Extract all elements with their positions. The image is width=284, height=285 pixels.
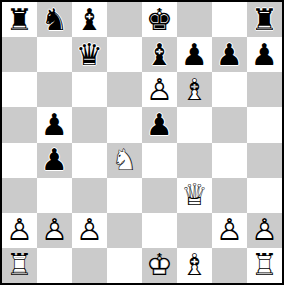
square-d2[interactable] xyxy=(107,213,142,248)
square-g4[interactable] xyxy=(212,143,247,178)
square-a8[interactable]: ♜ xyxy=(2,2,37,37)
square-d7[interactable] xyxy=(107,37,142,72)
square-d3[interactable] xyxy=(107,178,142,213)
square-g5[interactable] xyxy=(212,107,247,142)
square-c8[interactable]: ♝ xyxy=(72,2,107,37)
chess-board: ♜♞♝♚♜♛♝♟♟♟♟♙♝♗♟♟♟♞♘♛♕♟♙♟♙♟♙♟♙♟♙♜♖♚♔♝♗♜♖ xyxy=(2,2,282,283)
square-e8[interactable]: ♚ xyxy=(142,2,177,37)
square-h2[interactable]: ♟♙ xyxy=(247,213,282,248)
piece-white-pawn: ♟♙ xyxy=(2,213,37,248)
square-d8[interactable] xyxy=(107,2,142,37)
piece-white-rook: ♜♖ xyxy=(2,248,37,283)
square-e2[interactable] xyxy=(142,213,177,248)
square-a7[interactable] xyxy=(2,37,37,72)
piece-black-pawn: ♟ xyxy=(212,37,247,72)
square-f6[interactable]: ♝♗ xyxy=(177,72,212,107)
square-c5[interactable] xyxy=(72,107,107,142)
square-c6[interactable] xyxy=(72,72,107,107)
square-d1[interactable] xyxy=(107,248,142,283)
square-a6[interactable] xyxy=(2,72,37,107)
square-c3[interactable] xyxy=(72,178,107,213)
square-c2[interactable]: ♟♙ xyxy=(72,213,107,248)
piece-black-queen: ♛ xyxy=(72,37,107,72)
piece-white-knight: ♞♘ xyxy=(107,143,142,178)
square-f4[interactable] xyxy=(177,143,212,178)
piece-white-pawn: ♟♙ xyxy=(247,213,282,248)
square-b4[interactable]: ♟ xyxy=(37,143,72,178)
square-f7[interactable]: ♟ xyxy=(177,37,212,72)
piece-black-pawn: ♟ xyxy=(142,107,177,142)
piece-white-pawn: ♟♙ xyxy=(37,213,72,248)
piece-white-pawn: ♟♙ xyxy=(212,213,247,248)
square-h5[interactable] xyxy=(247,107,282,142)
piece-white-rook: ♜♖ xyxy=(247,248,282,283)
square-b2[interactable]: ♟♙ xyxy=(37,213,72,248)
square-g8[interactable] xyxy=(212,2,247,37)
piece-white-bishop: ♝♗ xyxy=(177,248,212,283)
piece-black-pawn: ♟ xyxy=(247,37,282,72)
chess-board-frame: ♜♞♝♚♜♛♝♟♟♟♟♙♝♗♟♟♟♞♘♛♕♟♙♟♙♟♙♟♙♟♙♜♖♚♔♝♗♜♖ xyxy=(0,0,284,285)
square-d5[interactable] xyxy=(107,107,142,142)
square-b6[interactable] xyxy=(37,72,72,107)
square-g1[interactable] xyxy=(212,248,247,283)
piece-white-queen: ♛♕ xyxy=(177,178,212,213)
piece-white-pawn: ♟♙ xyxy=(142,72,177,107)
square-g2[interactable]: ♟♙ xyxy=(212,213,247,248)
square-e3[interactable] xyxy=(142,178,177,213)
square-h4[interactable] xyxy=(247,143,282,178)
piece-white-king: ♚♔ xyxy=(142,248,177,283)
square-h1[interactable]: ♜♖ xyxy=(247,248,282,283)
square-a3[interactable] xyxy=(2,178,37,213)
square-b7[interactable] xyxy=(37,37,72,72)
square-c1[interactable] xyxy=(72,248,107,283)
piece-black-rook: ♜ xyxy=(247,2,282,37)
square-c7[interactable]: ♛ xyxy=(72,37,107,72)
square-b8[interactable]: ♞ xyxy=(37,2,72,37)
square-e4[interactable] xyxy=(142,143,177,178)
square-g6[interactable] xyxy=(212,72,247,107)
square-f5[interactable] xyxy=(177,107,212,142)
square-a4[interactable] xyxy=(2,143,37,178)
square-f8[interactable] xyxy=(177,2,212,37)
square-e6[interactable]: ♟♙ xyxy=(142,72,177,107)
piece-black-pawn: ♟ xyxy=(177,37,212,72)
square-e7[interactable]: ♝ xyxy=(142,37,177,72)
square-e1[interactable]: ♚♔ xyxy=(142,248,177,283)
square-a5[interactable] xyxy=(2,107,37,142)
square-c4[interactable] xyxy=(72,143,107,178)
square-h6[interactable] xyxy=(247,72,282,107)
square-f2[interactable] xyxy=(177,213,212,248)
square-a1[interactable]: ♜♖ xyxy=(2,248,37,283)
piece-white-bishop: ♝♗ xyxy=(177,72,212,107)
square-d6[interactable] xyxy=(107,72,142,107)
square-g3[interactable] xyxy=(212,178,247,213)
square-b5[interactable]: ♟ xyxy=(37,107,72,142)
square-f1[interactable]: ♝♗ xyxy=(177,248,212,283)
piece-black-bishop: ♝ xyxy=(72,2,107,37)
piece-black-rook: ♜ xyxy=(2,2,37,37)
square-a2[interactable]: ♟♙ xyxy=(2,213,37,248)
square-h8[interactable]: ♜ xyxy=(247,2,282,37)
square-h7[interactable]: ♟ xyxy=(247,37,282,72)
piece-white-pawn: ♟♙ xyxy=(72,213,107,248)
square-h3[interactable] xyxy=(247,178,282,213)
square-b3[interactable] xyxy=(37,178,72,213)
piece-black-knight: ♞ xyxy=(37,2,72,37)
piece-black-bishop: ♝ xyxy=(142,37,177,72)
square-f3[interactable]: ♛♕ xyxy=(177,178,212,213)
square-e5[interactable]: ♟ xyxy=(142,107,177,142)
square-b1[interactable] xyxy=(37,248,72,283)
square-g7[interactable]: ♟ xyxy=(212,37,247,72)
piece-black-pawn: ♟ xyxy=(37,143,72,178)
piece-black-king: ♚ xyxy=(142,2,177,37)
piece-black-pawn: ♟ xyxy=(37,107,72,142)
square-d4[interactable]: ♞♘ xyxy=(107,143,142,178)
